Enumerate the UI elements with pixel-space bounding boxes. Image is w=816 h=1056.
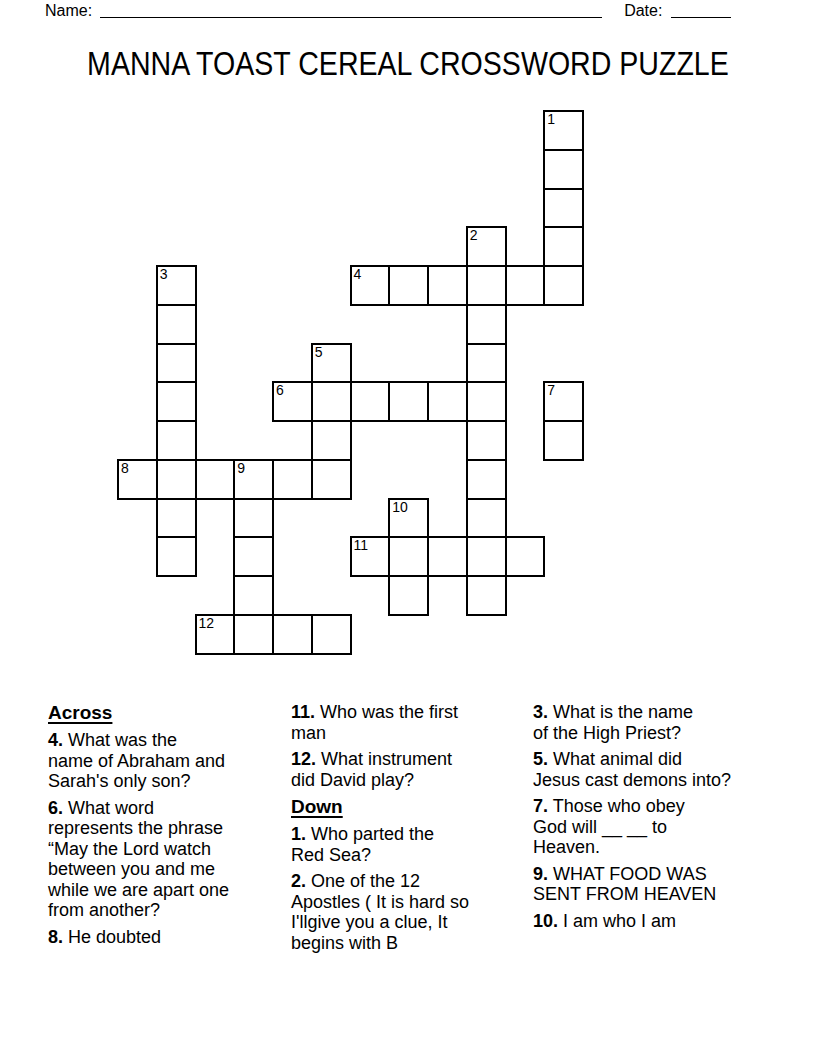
cell-number: 5 [315,345,323,360]
clue-column-2: 11. Who was the first man12. What instru… [291,702,526,959]
crossword-cell[interactable] [311,614,352,655]
clue-down-3: 3. What is the name of the High Priest? [533,702,773,743]
crossword-cell[interactable] [543,188,584,229]
crossword-cell[interactable]: 4 [350,265,391,306]
clue-text: Who parted the Red Sea? [291,824,434,865]
crossword-cell[interactable] [350,381,391,422]
crossword-cell[interactable]: 1 [543,110,584,151]
crossword-cell[interactable]: 2 [466,226,507,267]
cell-number: 6 [276,383,284,398]
clue-number: 12. [291,749,316,769]
clue-across-4: 4. What was the name of Abraham and Sara… [48,730,283,792]
name-label: Name: [45,2,92,20]
crossword-cell[interactable]: 9 [233,459,274,500]
cell-number: 1 [547,112,555,127]
crossword-cell[interactable]: 3 [156,265,197,306]
crossword-cell[interactable] [466,265,507,306]
clue-text: What animal did Jesus cast demons into? [533,749,731,790]
clue-number: 6. [48,798,63,818]
crossword-cell[interactable] [427,536,468,577]
crossword-cell[interactable] [233,498,274,539]
crossword-cell[interactable]: 6 [272,381,313,422]
crossword-cell[interactable] [466,498,507,539]
clue-text: Those who obey God will __ __ to Heaven. [533,796,685,857]
clue-across-11: 11. Who was the first man [291,702,526,743]
crossword-cell[interactable] [156,536,197,577]
crossword-cell[interactable] [388,381,429,422]
page: { "game": "crossword", "title": "MANNA T… [0,0,816,1056]
clue-number: 9. [533,864,548,884]
crossword-cell[interactable] [466,304,507,345]
clue-number: 2. [291,871,306,891]
crossword-cell[interactable] [156,381,197,422]
clue-down-5: 5. What animal did Jesus cast demons int… [533,749,773,790]
crossword-cell[interactable] [156,304,197,345]
crossword-cell[interactable] [311,459,352,500]
clue-number: 8. [48,927,63,947]
clue-text: What was the name of Abraham and Sarah's… [48,730,225,791]
cell-number: 10 [392,500,408,515]
clue-text: What is the name of the High Priest? [533,702,693,743]
across-header: Across [48,702,283,724]
crossword-grid: 123456789101112 [117,110,584,655]
crossword-cell[interactable] [543,265,584,306]
crossword-cell[interactable] [466,536,507,577]
crossword-cell[interactable] [233,536,274,577]
crossword-cell[interactable] [156,420,197,461]
crossword-cell[interactable]: 5 [311,343,352,384]
clue-text: WHAT FOOD WAS SENT FROM HEAVEN [533,864,716,905]
crossword-cell[interactable] [427,381,468,422]
crossword-cell[interactable] [388,265,429,306]
crossword-cell[interactable] [427,265,468,306]
crossword-cell[interactable] [156,459,197,500]
cell-number: 3 [160,267,168,282]
crossword-cell[interactable] [156,343,197,384]
date-label: Date: [624,2,662,20]
down-header: Down [291,796,526,818]
cell-number: 8 [121,461,129,476]
crossword-cell[interactable] [466,459,507,500]
crossword-cell[interactable] [505,536,546,577]
crossword-cell[interactable] [543,420,584,461]
crossword-cell[interactable] [466,381,507,422]
clue-column-1: Across4. What was the name of Abraham an… [48,702,283,953]
clue-number: 5. [533,749,548,769]
puzzle-title: MANNA TOAST CEREAL CROSSWORD PUZZLE [0,45,816,81]
name-date-row: Name: Date: [45,2,731,20]
clue-number: 4. [48,730,63,750]
clue-number: 3. [533,702,548,722]
clue-text: I am who I am [563,911,676,931]
clue-number: 11. [291,702,315,722]
cell-number: 4 [354,267,362,282]
crossword-cell[interactable]: 7 [543,381,584,422]
crossword-cell[interactable] [388,536,429,577]
clue-number: 10. [533,911,558,931]
clue-across-6: 6. What word represents the phrase “May … [48,798,283,921]
clue-down-2: 2. One of the 12 Apostles ( It is hard s… [291,871,526,953]
crossword-cell[interactable] [505,265,546,306]
crossword-cell[interactable]: 11 [350,536,391,577]
crossword-cell[interactable]: 8 [117,459,158,500]
name-input-line[interactable] [100,2,602,18]
clue-text: He doubted [68,927,161,947]
clue-down-7: 7. Those who obey God will __ __ to Heav… [533,796,773,858]
date-input-line[interactable] [671,2,731,18]
crossword-cell[interactable] [466,343,507,384]
cell-number: 9 [237,461,245,476]
clue-down-9: 9. WHAT FOOD WAS SENT FROM HEAVEN [533,864,773,905]
crossword-cell[interactable] [195,459,236,500]
crossword-cell[interactable] [311,420,352,461]
clue-down-10: 10. I am who I am [533,911,773,932]
clue-down-1: 1. Who parted the Red Sea? [291,824,526,865]
crossword-cell[interactable] [156,498,197,539]
crossword-cell[interactable] [272,459,313,500]
crossword-cell[interactable]: 10 [388,498,429,539]
clue-text: Who was the first man [291,702,458,743]
cell-number: 7 [547,383,555,398]
crossword-cell[interactable] [466,575,507,616]
cell-number: 11 [354,538,369,553]
crossword-cell[interactable] [543,149,584,190]
clue-text: One of the 12 Apostles ( It is hard so I… [291,871,469,953]
clue-across-12: 12. What instrument did David play? [291,749,526,790]
crossword-cell[interactable] [543,226,584,267]
clue-number: 1. [291,824,306,844]
cell-number: 12 [199,616,215,631]
clue-text: What word represents the phrase “May the… [48,798,229,921]
crossword-cell[interactable] [233,575,274,616]
clue-text: What instrument did David play? [291,749,452,790]
crossword-cell[interactable] [233,614,274,655]
cell-number: 2 [470,228,478,243]
crossword-cell[interactable] [466,420,507,461]
crossword-cell[interactable] [311,381,352,422]
crossword-cell[interactable] [272,614,313,655]
crossword-cell[interactable] [388,575,429,616]
clue-number: 7. [533,796,548,816]
puzzle-title-text: MANNA TOAST CEREAL CROSSWORD PUZZLE [87,45,729,81]
clue-column-3: 3. What is the name of the High Priest?5… [533,702,773,937]
clue-across-8: 8. He doubted [48,927,283,948]
crossword-cell[interactable]: 12 [195,614,236,655]
